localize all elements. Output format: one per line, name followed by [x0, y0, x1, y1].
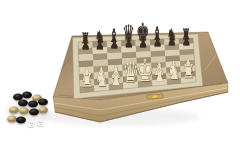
chess-set-product-photo: ♜♞♝♛♚♝♞♜♟♟♟♟♟♟♟♟♟♟♟♟♟♟♟♟♜♞♝♛♚♝♞♜	[0, 0, 240, 150]
square-g3	[166, 67, 181, 74]
square-h7	[179, 44, 194, 50]
square-c8	[107, 41, 122, 48]
square-c7	[107, 47, 122, 54]
square-d4	[122, 64, 137, 71]
square-e3	[137, 69, 152, 76]
square-g8	[164, 39, 179, 45]
square-g5	[165, 55, 180, 62]
square-a3	[79, 73, 94, 81]
square-h5	[180, 55, 195, 61]
square-d8	[121, 40, 136, 47]
square-h4	[180, 60, 195, 67]
square-d6	[122, 52, 137, 59]
square-b2	[94, 78, 109, 86]
square-f6	[151, 50, 166, 57]
square-a2	[80, 79, 95, 87]
square-e8	[136, 40, 151, 46]
square-e4	[137, 63, 152, 70]
square-a5	[79, 60, 94, 67]
square-b8	[92, 41, 107, 48]
square-h6	[179, 49, 194, 55]
square-a7	[78, 48, 93, 55]
square-c5	[108, 59, 123, 66]
square-e5	[136, 57, 151, 64]
square-c4	[108, 65, 123, 72]
square-f3	[152, 68, 167, 75]
square-b7	[93, 47, 108, 54]
square-c6	[107, 53, 122, 60]
square-b5	[93, 60, 108, 67]
square-d2	[123, 76, 138, 83]
square-c3	[108, 71, 123, 78]
chess-board	[0, 0, 240, 150]
square-f8	[150, 39, 165, 45]
square-g4	[166, 61, 181, 68]
square-f7	[150, 45, 165, 52]
checkers-shadow	[6, 100, 50, 124]
square-b6	[93, 53, 108, 60]
brass-latch	[147, 94, 163, 99]
square-g6	[165, 50, 180, 57]
square-f4	[151, 62, 166, 69]
square-b3	[94, 72, 109, 79]
square-e6	[136, 51, 151, 58]
square-d7	[121, 46, 136, 53]
square-d3	[123, 70, 138, 77]
square-g2	[166, 72, 181, 79]
square-a4	[79, 67, 94, 74]
square-f5	[151, 56, 166, 63]
square-h8	[179, 38, 194, 44]
square-e7	[136, 45, 151, 52]
square-a6	[79, 54, 94, 61]
square-d5	[122, 58, 137, 65]
square-a8	[78, 42, 93, 49]
square-g7	[165, 44, 180, 50]
square-b4	[93, 66, 108, 73]
